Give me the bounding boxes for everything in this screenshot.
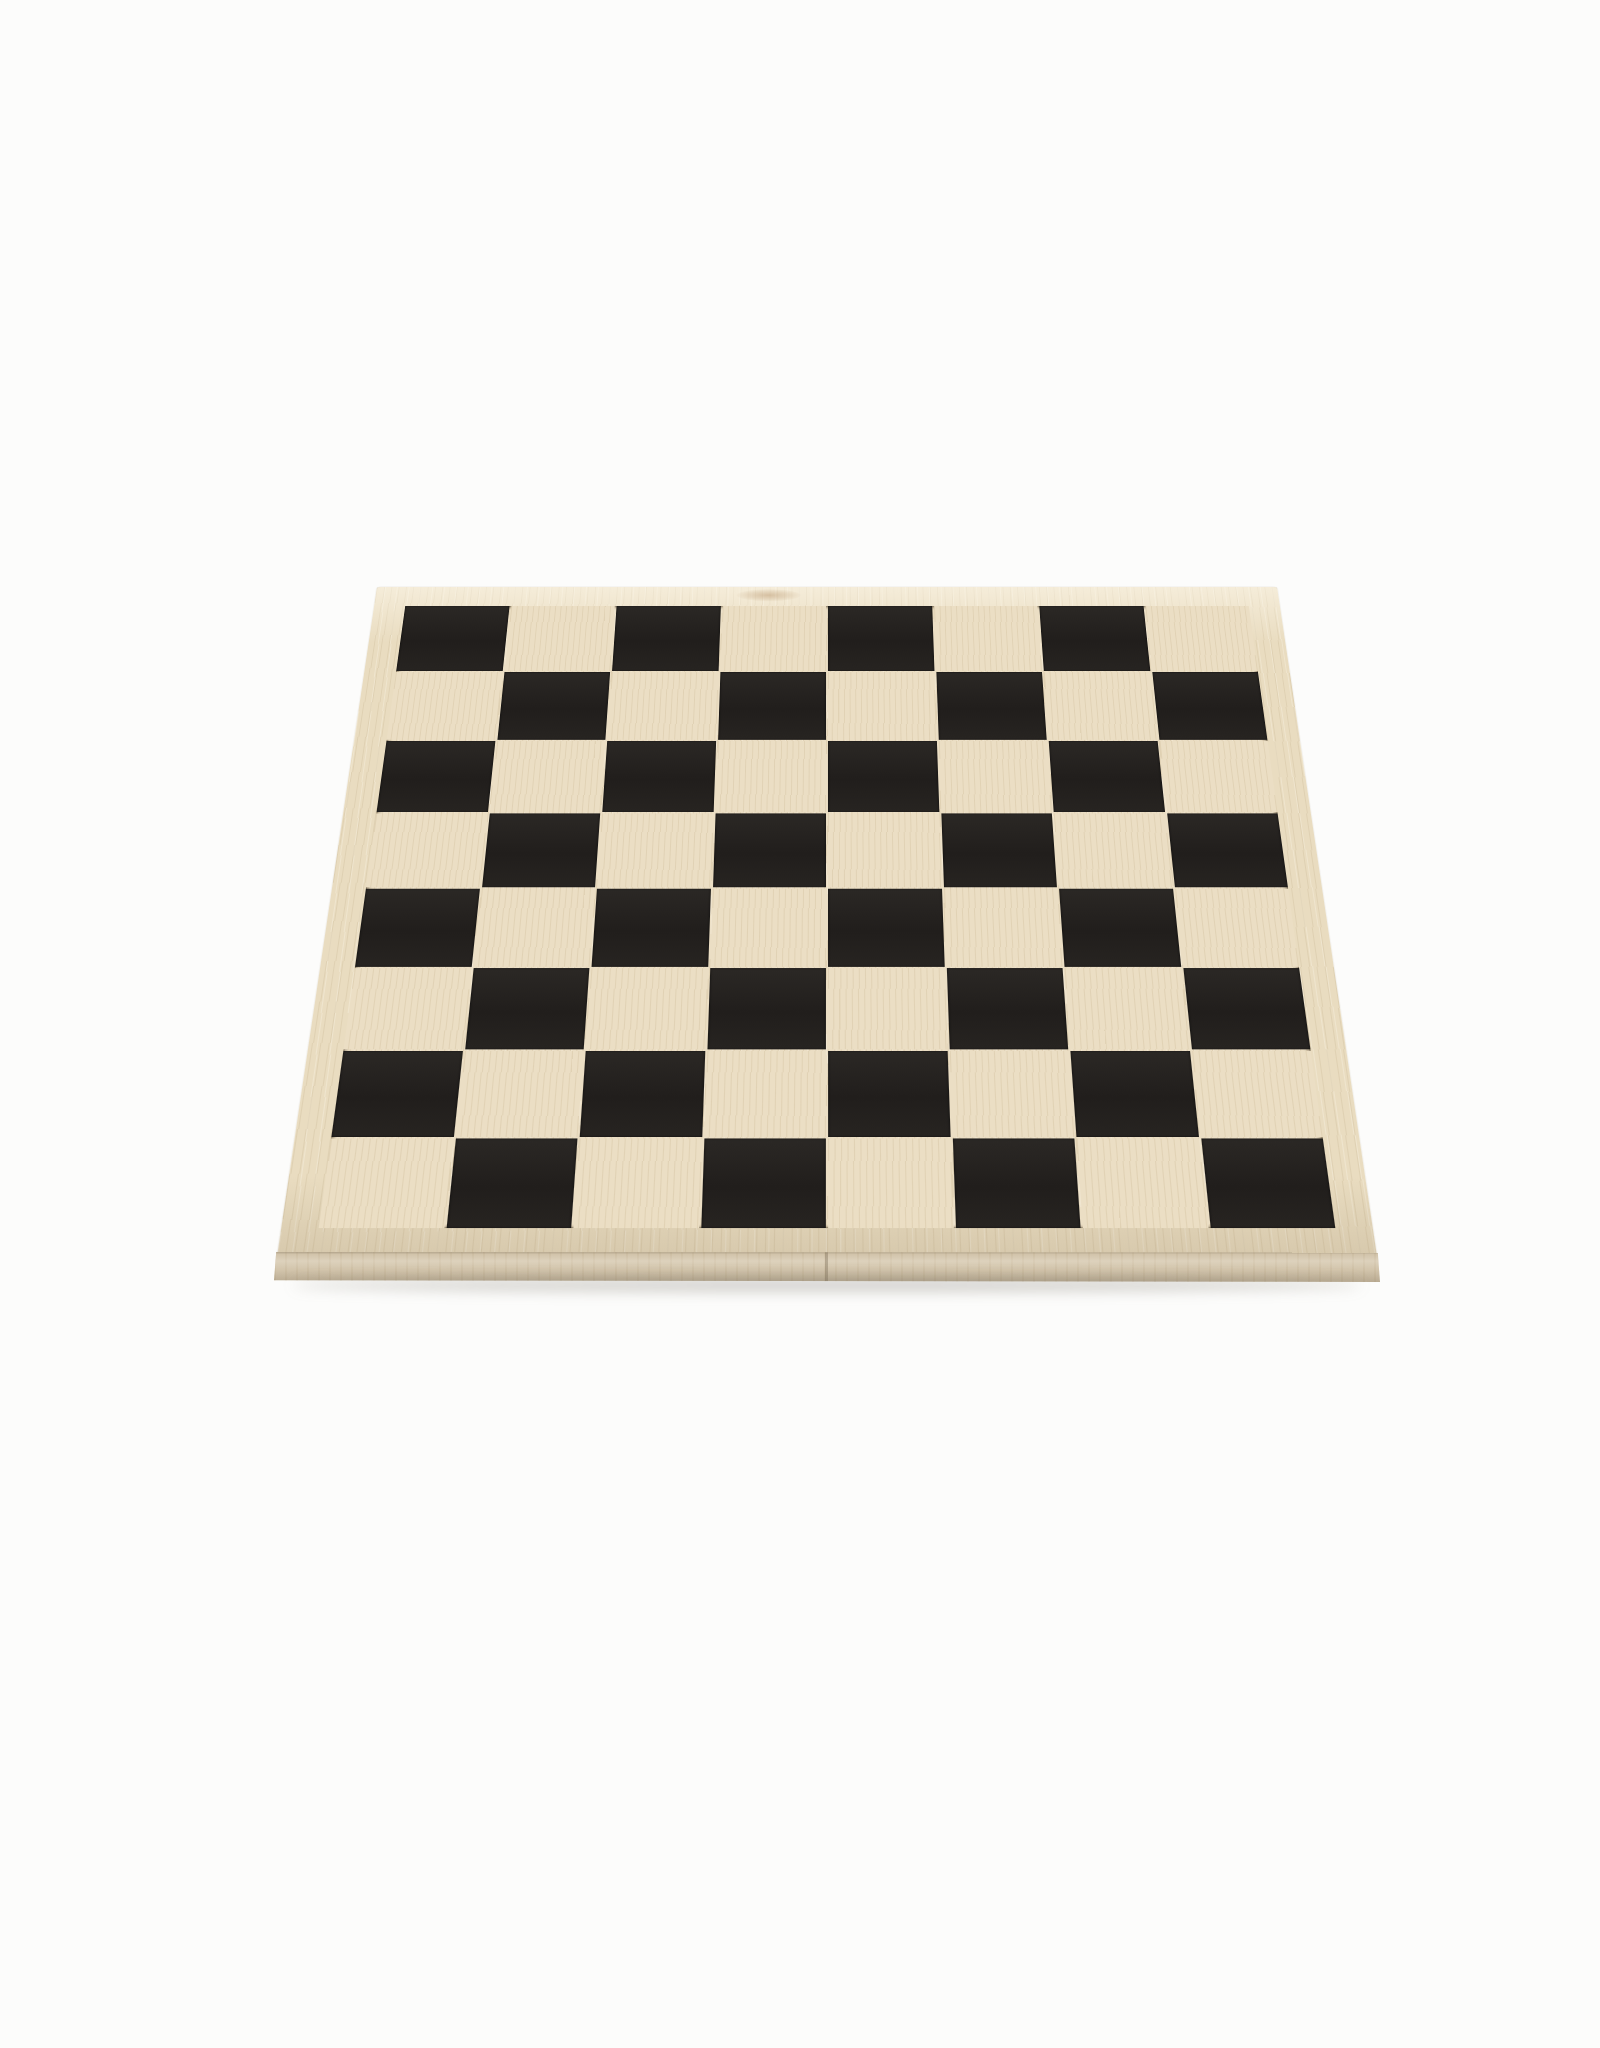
- square-r4c3: [597, 813, 713, 887]
- square-r6c4: [707, 968, 826, 1050]
- square-r2c3: [607, 672, 718, 740]
- square-r8c8: [1201, 1138, 1336, 1228]
- square-r3c7: [1049, 741, 1165, 812]
- square-r3c5: [828, 741, 939, 812]
- square-r3c8: [1159, 741, 1277, 812]
- square-r1c6: [934, 606, 1042, 671]
- square-r3c4: [715, 741, 826, 812]
- square-r6c2: [465, 968, 590, 1050]
- square-r1c8: [1145, 606, 1258, 671]
- square-r4c1: [366, 813, 487, 887]
- checkers-board: [277, 587, 1377, 1256]
- square-r4c7: [1054, 813, 1173, 887]
- square-r2c1: [387, 672, 503, 740]
- board-shadow: [292, 1279, 1362, 1291]
- square-r8c1: [319, 1138, 454, 1228]
- square-r2c5: [828, 672, 936, 740]
- square-r6c8: [1183, 968, 1311, 1050]
- square-r8c4: [701, 1138, 826, 1228]
- square-r4c6: [941, 813, 1057, 887]
- square-r4c5: [828, 813, 941, 887]
- square-r5c3: [592, 889, 711, 967]
- square-r8c6: [952, 1138, 1080, 1228]
- square-r6c7: [1065, 968, 1190, 1050]
- board-front-edge: [274, 1252, 1380, 1282]
- square-r1c7: [1039, 606, 1150, 671]
- square-r3c2: [489, 741, 605, 812]
- square-r4c8: [1167, 813, 1288, 887]
- square-r7c2: [456, 1051, 584, 1137]
- square-r5c1: [355, 889, 479, 967]
- square-r7c7: [1070, 1051, 1198, 1137]
- square-r7c3: [580, 1051, 705, 1137]
- square-r5c5: [828, 889, 944, 967]
- square-r7c5: [828, 1051, 950, 1137]
- square-r6c3: [586, 968, 708, 1050]
- board-playing-surface: [319, 606, 1336, 1228]
- square-r3c3: [602, 741, 715, 812]
- square-r1c4: [720, 606, 826, 671]
- square-r7c8: [1192, 1051, 1323, 1137]
- square-r2c8: [1152, 672, 1268, 740]
- square-r2c7: [1044, 672, 1157, 740]
- square-r7c6: [949, 1051, 1074, 1137]
- square-r2c4: [718, 672, 826, 740]
- square-r2c2: [497, 672, 610, 740]
- square-r3c6: [938, 741, 1051, 812]
- square-r5c7: [1059, 889, 1181, 967]
- square-r1c5: [828, 606, 934, 671]
- square-r2c6: [936, 672, 1047, 740]
- square-r6c6: [946, 968, 1068, 1050]
- product-photo-scene: [0, 0, 1600, 2048]
- square-r5c6: [944, 889, 1063, 967]
- square-r5c8: [1175, 889, 1299, 967]
- wood-knot-mark: [737, 589, 801, 601]
- square-r7c4: [704, 1051, 826, 1137]
- square-r6c5: [828, 968, 947, 1050]
- square-r7c1: [331, 1051, 462, 1137]
- square-r1c1: [396, 606, 509, 671]
- square-r3c1: [377, 741, 495, 812]
- square-r4c4: [713, 813, 826, 887]
- square-r4c2: [482, 813, 601, 887]
- square-r8c7: [1077, 1138, 1208, 1228]
- board-grid: [319, 606, 1336, 1228]
- square-r1c3: [612, 606, 720, 671]
- square-r8c5: [828, 1138, 953, 1228]
- square-r1c2: [504, 606, 615, 671]
- square-r5c2: [473, 889, 595, 967]
- square-r8c3: [573, 1138, 701, 1228]
- square-r8c2: [446, 1138, 577, 1228]
- square-r6c1: [344, 968, 472, 1050]
- square-r5c4: [710, 889, 826, 967]
